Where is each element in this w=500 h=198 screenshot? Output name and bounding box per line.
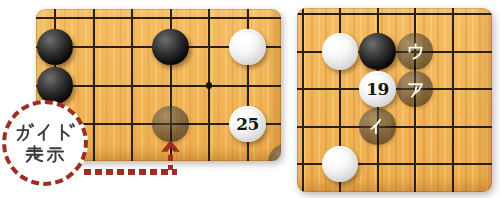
white-stone-25: 25: [229, 106, 266, 143]
guide-stone-イ[interactable]: [359, 108, 396, 145]
guide-arrow-dashed-horizontal: [84, 169, 177, 175]
guide-arrow-head-icon: [161, 140, 180, 155]
white-stone-19: 19: [359, 71, 396, 108]
tutorial-screenshot: 25 19: [0, 0, 500, 198]
guide-arrow-dashed-vertical: [168, 155, 174, 170]
star-point: [206, 82, 213, 89]
glyph-示: [46, 145, 65, 164]
stone-move-number: 25: [236, 116, 259, 133]
guide-display-callout: [2, 100, 88, 186]
glyph-ア: [407, 81, 424, 98]
go-board-right[interactable]: 19: [297, 8, 492, 192]
white-stone: [322, 146, 359, 183]
white-stone: [229, 29, 266, 66]
glyph-表: [25, 145, 44, 164]
glyph-イ: [36, 123, 55, 142]
guide-stone-ウ[interactable]: [397, 33, 434, 70]
guide-stone-ア[interactable]: [397, 71, 434, 108]
grid-line-horizontal: [36, 17, 281, 19]
callout-text-line2: [25, 145, 65, 164]
grid-line-horizontal: [297, 13, 492, 15]
callout-text-line1: [15, 123, 76, 142]
stone-move-number: 19: [366, 81, 389, 98]
glyph-ウ: [407, 43, 424, 60]
guide-stone[interactable]: [268, 144, 281, 161]
black-stone: [37, 29, 74, 66]
guide-stone[interactable]: [152, 106, 189, 143]
white-stone: [322, 33, 359, 70]
black-stone: [152, 29, 189, 66]
glyph-ガ: [15, 123, 34, 142]
glyph-イ: [369, 118, 386, 135]
glyph-ド: [57, 123, 76, 142]
black-stone: [37, 67, 74, 104]
black-stone: [359, 33, 396, 70]
